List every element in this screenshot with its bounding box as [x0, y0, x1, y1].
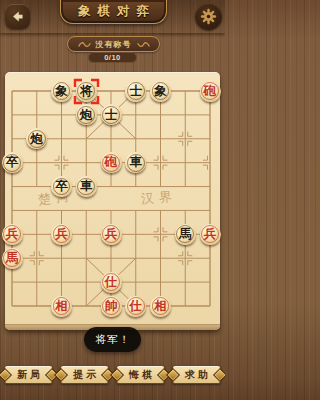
piece-glyph: 仕 [130, 300, 143, 313]
piece-glyph: 兵 [55, 228, 68, 241]
piece-兵-c8r6[interactable]: 兵 [200, 224, 221, 245]
piece-glyph: 卒 [55, 180, 68, 193]
piece-兵-c2r6[interactable]: 兵 [51, 224, 72, 245]
piece-glyph: 象 [154, 85, 167, 98]
piece-glyph: 仕 [105, 276, 118, 289]
back-button[interactable] [5, 4, 30, 29]
bottom-toolbar: 新局提示悔棋求助 [0, 365, 225, 387]
piece-仕-c4r8[interactable]: 仕 [101, 272, 122, 293]
piece-glyph: 卒 [6, 156, 19, 169]
rank-badge: 没有称号 [67, 36, 160, 52]
page-title: 象棋对弈 [71, 3, 156, 20]
piece-相-c6r9[interactable]: 相 [150, 296, 171, 317]
piece-glyph: 砲 [204, 85, 217, 98]
piece-glyph: 相 [154, 300, 167, 313]
piece-glyph: 象 [55, 85, 68, 98]
toolbar-button-1[interactable]: 新局 [4, 365, 53, 384]
toolbar-button-label: 新局 [14, 368, 43, 382]
title-plaque: 象棋对弈 [60, 0, 167, 24]
piece-象-c2r0[interactable]: 象 [51, 81, 72, 102]
piece-glyph: 砲 [105, 156, 118, 169]
piece-glyph: 兵 [204, 228, 217, 241]
xiangqi-board[interactable]: 楚河 汉界 象将士象砲炮士炮卒砲車卒車兵兵兵馬兵馬仕相帥仕相 [5, 72, 220, 330]
toolbar-button-3[interactable]: 悔棋 [116, 365, 165, 384]
piece-卒-c0r3[interactable]: 卒 [2, 152, 23, 173]
piece-馬-c0r7[interactable]: 馬 [2, 248, 23, 269]
toolbar-button-4[interactable]: 求助 [172, 365, 221, 384]
toolbar-button-2[interactable]: 提示 [60, 365, 109, 384]
piece-馬-c7r6[interactable]: 馬 [175, 224, 196, 245]
rank-label: 没有称号 [96, 39, 132, 50]
scroll-ornament-right-icon [137, 41, 150, 48]
gear-icon [200, 8, 217, 25]
toolbar-button-label: 悔棋 [126, 368, 155, 382]
settings-button[interactable] [195, 3, 222, 30]
piece-glyph: 車 [130, 156, 143, 169]
river-label-right: 汉界 [140, 188, 177, 208]
piece-士-c5r0[interactable]: 士 [125, 81, 146, 102]
piece-車-c3r4[interactable]: 車 [76, 176, 97, 197]
check-toast-text: 将军！ [95, 333, 131, 347]
progress-label: 0/10 [104, 53, 121, 62]
piece-glyph: 炮 [31, 133, 44, 146]
piece-兵-c4r6[interactable]: 兵 [101, 224, 122, 245]
piece-glyph: 士 [130, 85, 143, 98]
scroll-ornament-left-icon [78, 41, 91, 48]
piece-glyph: 馬 [6, 252, 19, 265]
piece-glyph: 兵 [6, 228, 19, 241]
check-toast: 将军！ [84, 327, 141, 352]
piece-砲-c8r0[interactable]: 砲 [200, 81, 221, 102]
piece-glyph: 炮 [80, 109, 93, 122]
piece-glyph: 士 [105, 109, 118, 122]
piece-兵-c0r6[interactable]: 兵 [2, 224, 23, 245]
piece-帥-c4r9[interactable]: 帥 [101, 296, 122, 317]
piece-象-c6r0[interactable]: 象 [150, 81, 171, 102]
piece-glyph: 将 [80, 85, 93, 98]
piece-glyph: 車 [80, 180, 93, 193]
piece-仕-c5r9[interactable]: 仕 [125, 296, 146, 317]
piece-相-c2r9[interactable]: 相 [51, 296, 72, 317]
toolbar-button-label: 求助 [182, 368, 211, 382]
piece-glyph: 帥 [105, 300, 118, 313]
piece-glyph: 兵 [105, 228, 118, 241]
piece-砲-c4r3[interactable]: 砲 [101, 152, 122, 173]
toolbar-button-label: 提示 [70, 368, 99, 382]
piece-卒-c2r4[interactable]: 卒 [51, 176, 72, 197]
piece-glyph: 相 [55, 300, 68, 313]
piece-将-c3r0[interactable]: 将 [76, 81, 97, 102]
piece-士-c4r1[interactable]: 士 [101, 104, 122, 125]
piece-glyph: 馬 [179, 228, 192, 241]
back-arrow-icon [10, 9, 25, 24]
piece-炮-c3r1[interactable]: 炮 [76, 104, 97, 125]
progress-badge: 0/10 [88, 52, 137, 63]
